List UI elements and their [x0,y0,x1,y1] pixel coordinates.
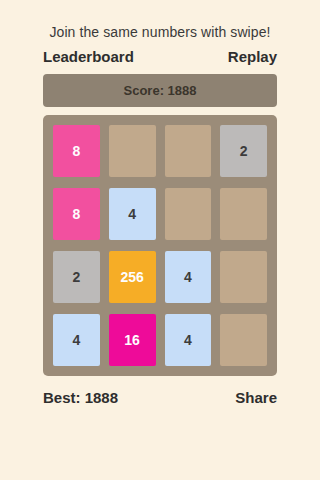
empty-cell [220,251,267,303]
replay-button[interactable]: Replay [228,48,277,65]
tile-8: 8 [53,188,100,240]
tile-4: 4 [109,188,156,240]
tile-2: 2 [53,251,100,303]
tile-2: 2 [220,125,267,177]
empty-cell [220,188,267,240]
game-board[interactable]: 8284225644164 [43,115,277,376]
best-score-label: Best: 1888 [43,389,118,406]
tile-4: 4 [165,314,212,366]
instruction-text: Join the same numbers with swipe! [0,24,320,40]
top-menu-bar: Leaderboard Replay [43,48,277,65]
empty-cell [165,188,212,240]
empty-cell [220,314,267,366]
leaderboard-button[interactable]: Leaderboard [43,48,134,65]
share-button[interactable]: Share [235,389,277,406]
bottom-bar: Best: 1888 Share [43,389,277,406]
empty-cell [165,125,212,177]
score-display: Score: 1888 [43,74,277,107]
tile-256: 256 [109,251,156,303]
tile-4: 4 [165,251,212,303]
empty-cell [109,125,156,177]
tile-16: 16 [109,314,156,366]
tile-4: 4 [53,314,100,366]
tile-8: 8 [53,125,100,177]
